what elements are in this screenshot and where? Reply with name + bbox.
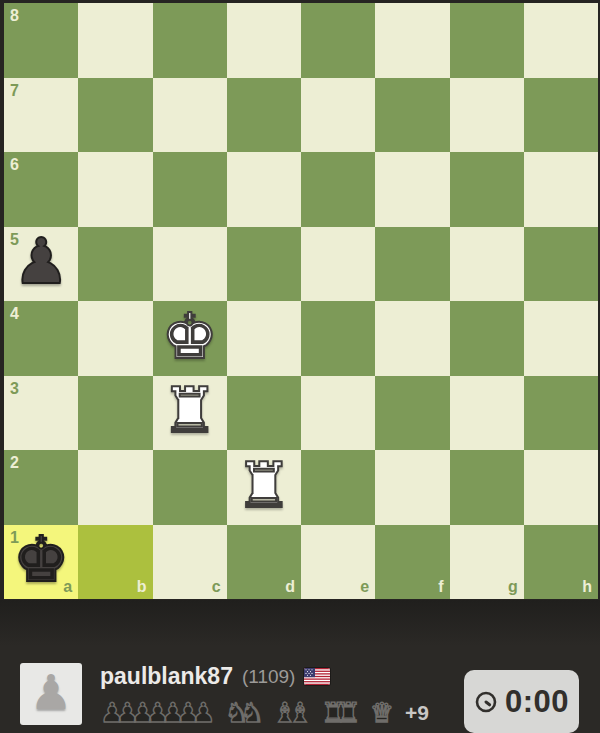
square-c7[interactable] [153,78,227,153]
player-rating: (1109) [242,666,296,688]
white-king: ♚ [161,305,217,368]
square-h1[interactable]: h [524,525,598,600]
square-f5[interactable] [375,227,449,302]
square-d2[interactable]: ♜ [227,450,301,525]
square-g3[interactable] [450,376,524,451]
file-label-h: h [582,579,592,595]
player-clock: 0:00 [464,670,579,733]
square-g5[interactable] [450,227,524,302]
file-label-f: f [438,579,443,595]
clock-icon [474,690,498,714]
square-h8[interactable] [524,3,598,78]
square-e2[interactable] [301,450,375,525]
rank-label-6: 6 [10,157,19,173]
square-b2[interactable] [78,450,152,525]
captured-knights: ♞♞ [224,696,263,730]
avatar-pawn-icon: ♟ [29,668,72,716]
square-c6[interactable] [153,152,227,227]
square-c2[interactable] [153,450,227,525]
square-h6[interactable] [524,152,598,227]
captured-bishops: ♝♝ [273,696,312,730]
square-a8[interactable]: 8 [4,3,78,78]
square-h4[interactable] [524,301,598,376]
square-d8[interactable] [227,3,301,78]
black-king: ♚ [13,528,69,591]
square-a6[interactable]: 6 [4,152,78,227]
square-c4[interactable]: ♚ [153,301,227,376]
square-b6[interactable] [78,152,152,227]
square-f3[interactable] [375,376,449,451]
square-a2[interactable]: 2 [4,450,78,525]
square-b1[interactable]: b [78,525,152,600]
square-d3[interactable] [227,376,301,451]
square-f1[interactable]: f [375,525,449,600]
square-e6[interactable] [301,152,375,227]
captured-pieces-row: ♟♟♟♟♟♟♟♞♞♝♝♜♜♛+9 [100,696,429,730]
square-e5[interactable] [301,227,375,302]
square-h3[interactable] [524,376,598,451]
square-g4[interactable] [450,301,524,376]
username[interactable]: paulblank87 [100,663,233,690]
file-label-e: e [360,579,369,595]
file-label-c: c [212,579,221,595]
player-bar: ♟ paulblank87 (1109) [0,600,600,733]
square-a3[interactable]: 3 [4,376,78,451]
rank-label-8: 8 [10,8,19,24]
captured-rooks: ♜♜ [321,696,360,730]
square-c8[interactable] [153,3,227,78]
square-f8[interactable] [375,3,449,78]
square-d5[interactable] [227,227,301,302]
square-h7[interactable] [524,78,598,153]
square-h2[interactable] [524,450,598,525]
square-a4[interactable]: 4 [4,301,78,376]
square-c3[interactable]: ♜ [153,376,227,451]
square-e3[interactable] [301,376,375,451]
captured-queens: ♛ [370,696,394,730]
file-label-d: d [285,579,295,595]
square-g2[interactable] [450,450,524,525]
chess-game-screen: 8765♟4♚3♜2♜1a♚bcdefgh ♟ paulblank87 (110… [0,0,600,733]
square-a1[interactable]: 1a♚ [4,525,78,600]
material-advantage: +9 [405,701,429,725]
captured-pawns: ♟♟♟♟♟♟♟ [100,696,215,730]
square-a7[interactable]: 7 [4,78,78,153]
square-e4[interactable] [301,301,375,376]
rank-label-3: 3 [10,381,19,397]
rank-label-7: 7 [10,83,19,99]
square-b4[interactable] [78,301,152,376]
square-b3[interactable] [78,376,152,451]
rank-label-4: 4 [10,306,19,322]
file-label-g: g [508,579,518,595]
square-f6[interactable] [375,152,449,227]
square-g7[interactable] [450,78,524,153]
square-d1[interactable]: d [227,525,301,600]
square-a5[interactable]: 5♟ [4,227,78,302]
square-g8[interactable] [450,3,524,78]
square-d4[interactable] [227,301,301,376]
square-g6[interactable] [450,152,524,227]
square-f4[interactable] [375,301,449,376]
square-f2[interactable] [375,450,449,525]
white-rook: ♜ [161,379,217,442]
square-e8[interactable] [301,3,375,78]
file-label-b: b [137,579,147,595]
square-b7[interactable] [78,78,152,153]
square-h5[interactable] [524,227,598,302]
us-flag-icon [304,668,330,685]
square-e7[interactable] [301,78,375,153]
chess-board: 8765♟4♚3♜2♜1a♚bcdefgh [4,3,598,599]
square-c5[interactable] [153,227,227,302]
square-b5[interactable] [78,227,152,302]
black-pawn: ♟ [13,230,69,293]
square-c1[interactable]: c [153,525,227,600]
square-b8[interactable] [78,3,152,78]
rank-label-2: 2 [10,455,19,471]
square-g1[interactable]: g [450,525,524,600]
square-f7[interactable] [375,78,449,153]
player-info: paulblank87 (1109) [100,663,330,690]
square-d7[interactable] [227,78,301,153]
square-d6[interactable] [227,152,301,227]
square-e1[interactable]: e [301,525,375,600]
clock-time: 0:00 [505,684,569,720]
white-rook: ♜ [236,454,292,517]
avatar[interactable]: ♟ [20,663,82,725]
